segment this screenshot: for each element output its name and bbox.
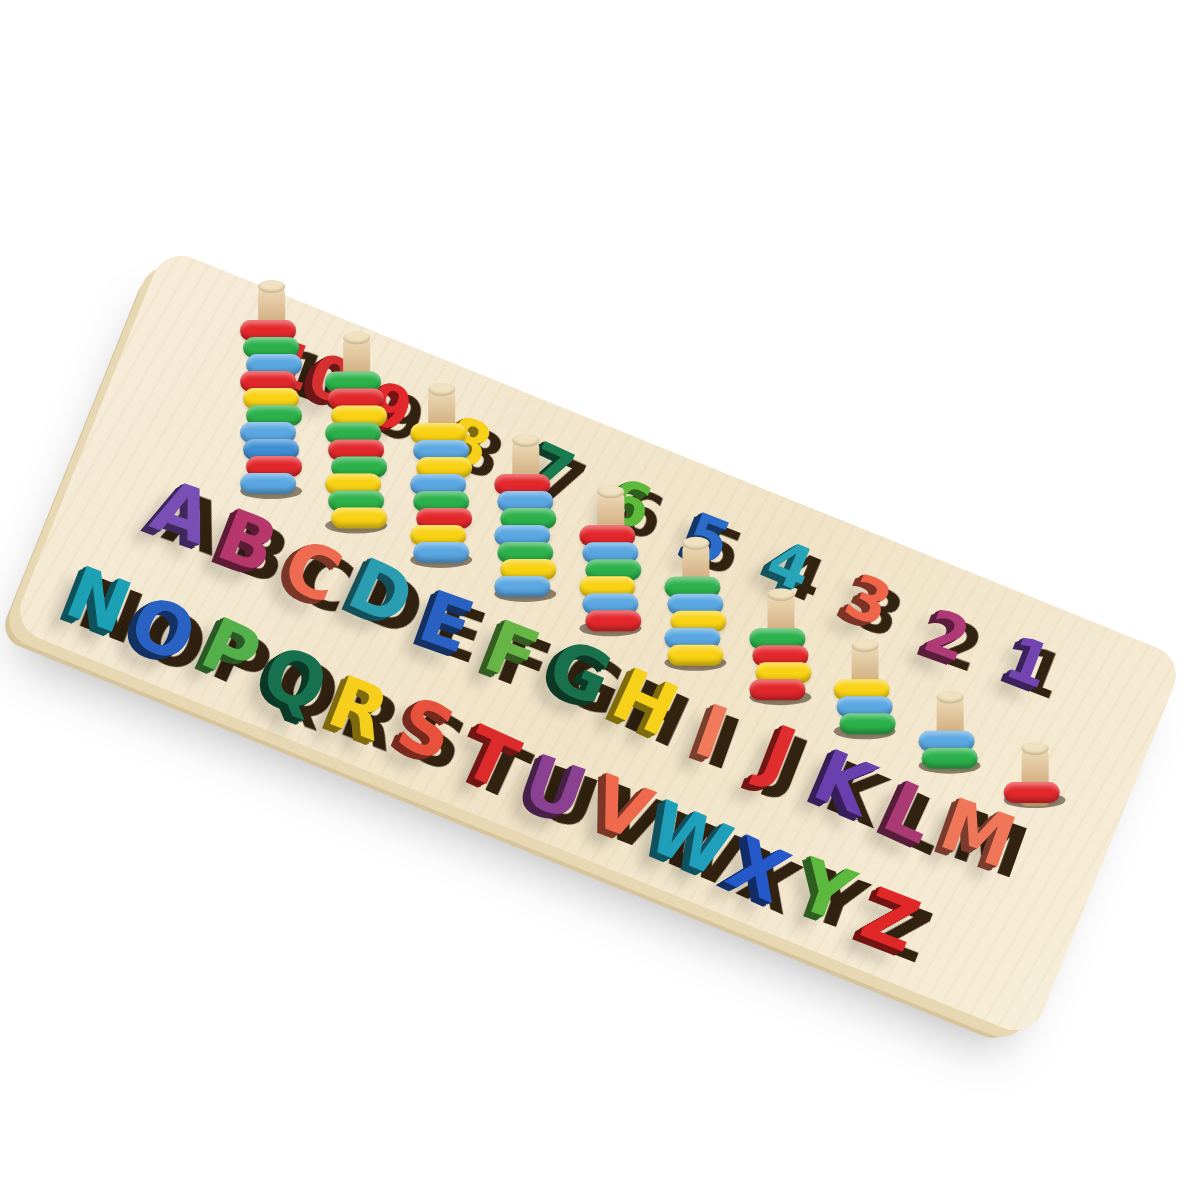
letter-wrap-L: LL <box>874 770 946 855</box>
peg-stack-10-rings[interactable] <box>243 286 299 494</box>
stacking-ring[interactable] <box>240 473 296 494</box>
peg-stack-6-rings[interactable] <box>582 491 638 631</box>
number-wrap-1: 11 <box>999 626 1060 697</box>
peg-stack-1-rings[interactable] <box>1007 748 1063 803</box>
stacking-ring[interactable] <box>495 576 551 597</box>
peg-stack-5-rings[interactable] <box>667 543 723 666</box>
stacking-ring[interactable] <box>331 507 387 528</box>
stacking-ring[interactable] <box>1004 782 1060 803</box>
stacking-ring[interactable] <box>922 748 978 769</box>
stacking-ring[interactable] <box>749 679 805 700</box>
letter-wrap-I: II <box>686 693 735 770</box>
number-wrap-2: 22 <box>918 600 977 671</box>
peg-stack-7-rings[interactable] <box>498 440 554 597</box>
peg-stack-2-rings[interactable] <box>922 697 978 769</box>
stacking-ring[interactable] <box>667 645 723 666</box>
peg-stack-8-rings[interactable] <box>413 389 469 563</box>
stacking-ring[interactable] <box>413 542 469 563</box>
peg-stack-9-rings[interactable] <box>328 337 384 528</box>
stacking-ring[interactable] <box>840 713 896 734</box>
peg-stack-4-rings[interactable] <box>752 594 808 700</box>
peg-stack-3-rings[interactable] <box>837 645 893 734</box>
product-photo-scene: 1010998877665544332211 AABBCCDDEEFFGGHHI… <box>0 0 1200 1200</box>
letter-wrap-J: JJ <box>754 715 805 792</box>
number-wrap-3: 33 <box>837 564 900 636</box>
letter-wrap-Z: ZZ <box>853 877 928 963</box>
puzzle-board: 1010998877665544332211 AABBCCDDEEFFGGHHI… <box>11 247 1184 1039</box>
stacking-ring[interactable] <box>585 610 641 631</box>
letter-wrap-E: EE <box>412 580 482 664</box>
